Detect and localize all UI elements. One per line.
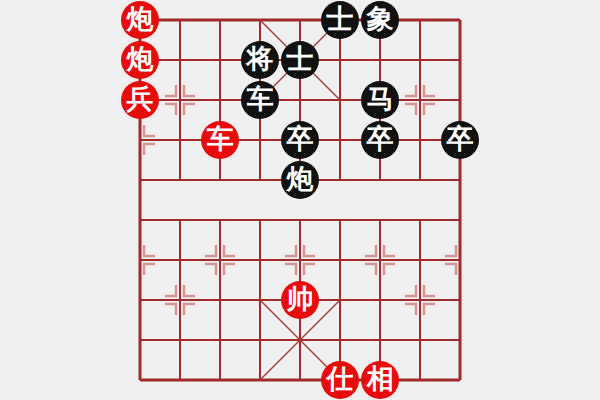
piece-red-cannon[interactable]: 炮: [121, 41, 159, 79]
piece-black-advisor[interactable]: 士: [321, 1, 359, 39]
piece-red-elephant[interactable]: 相: [361, 361, 399, 399]
piece-black-chariot[interactable]: 车: [241, 81, 279, 119]
piece-red-cannon[interactable]: 炮: [121, 1, 159, 39]
piece-black-soldier[interactable]: 卒: [281, 121, 319, 159]
piece-black-horse[interactable]: 马: [361, 81, 399, 119]
piece-black-advisor[interactable]: 士: [281, 41, 319, 79]
piece-red-general[interactable]: 帅: [281, 281, 319, 319]
xiangqi-board[interactable]: 炮炮兵车帅仕相将士士象车马卒卒卒炮: [120, 0, 480, 400]
pieces-layer: 炮炮兵车帅仕相将士士象车马卒卒卒炮: [120, 0, 480, 400]
piece-black-cannon[interactable]: 炮: [281, 161, 319, 199]
xiangqi-app-screen: 炮炮兵车帅仕相将士士象车马卒卒卒炮: [0, 0, 600, 400]
piece-red-soldier[interactable]: 兵: [121, 81, 159, 119]
piece-black-general[interactable]: 将: [241, 41, 279, 79]
piece-red-advisor[interactable]: 仕: [321, 361, 359, 399]
piece-black-soldier[interactable]: 卒: [441, 121, 479, 159]
piece-red-chariot[interactable]: 车: [201, 121, 239, 159]
piece-black-elephant[interactable]: 象: [361, 1, 399, 39]
piece-black-soldier[interactable]: 卒: [361, 121, 399, 159]
